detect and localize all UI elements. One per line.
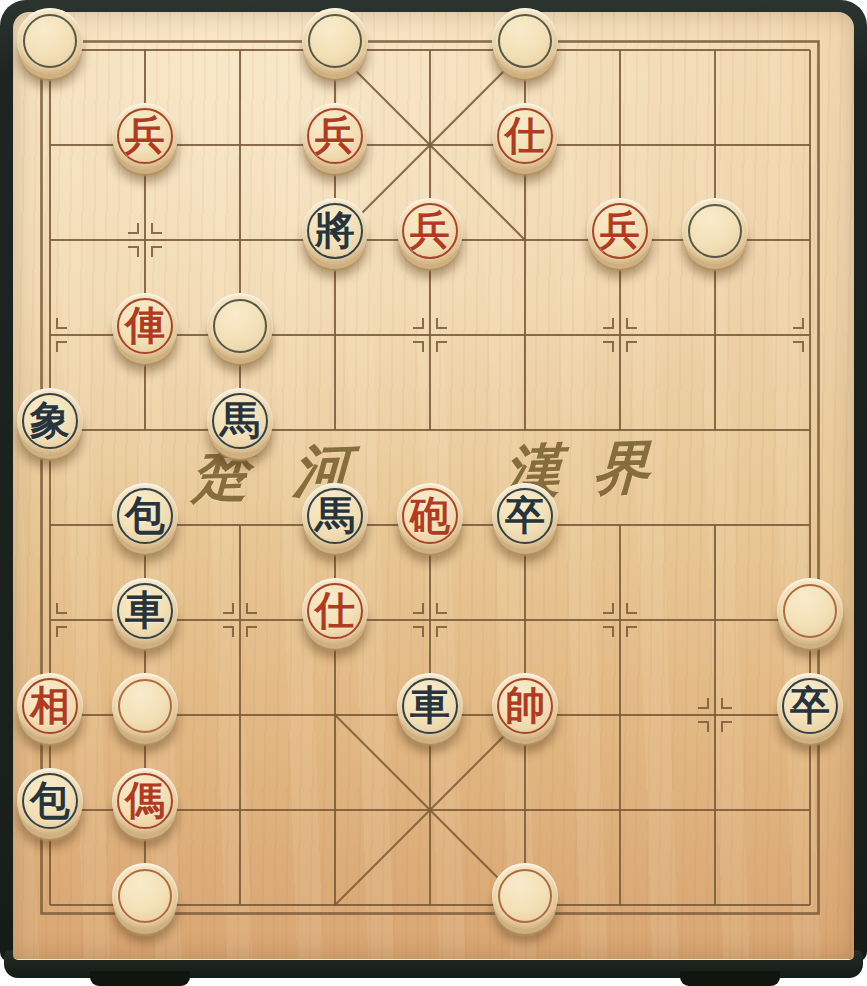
piece-glyph: 包 — [125, 496, 165, 536]
piece-glyph: 兵 — [410, 211, 450, 251]
piece-glyph: 馬 — [220, 401, 260, 441]
piece-red-cannon[interactable]: 砲 — [397, 483, 463, 549]
piece-black-chariot[interactable]: 車 — [112, 578, 178, 644]
piece-red-general[interactable]: 帥 — [492, 673, 558, 739]
piece-red-soldier[interactable]: 兵 — [587, 198, 653, 264]
piece-red-hidden[interactable] — [777, 578, 843, 644]
piece-black-hidden[interactable] — [207, 293, 273, 359]
piece-red-soldier[interactable]: 兵 — [112, 103, 178, 169]
piece-red-chariot[interactable]: 俥 — [112, 293, 178, 359]
piece-black-soldier[interactable]: 卒 — [777, 673, 843, 739]
piece-red-advisor[interactable]: 仕 — [302, 578, 368, 644]
board-foot-right — [680, 971, 780, 986]
piece-red-soldier[interactable]: 兵 — [397, 198, 463, 264]
piece-red-hidden[interactable] — [112, 863, 178, 929]
piece-red-advisor[interactable]: 仕 — [492, 103, 558, 169]
piece-red-soldier[interactable]: 兵 — [302, 103, 368, 169]
piece-black-cannon[interactable]: 包 — [17, 768, 83, 834]
piece-glyph: 俥 — [125, 306, 165, 346]
piece-black-elephant[interactable]: 象 — [17, 388, 83, 454]
piece-glyph: 帥 — [505, 686, 545, 726]
piece-red-hidden[interactable] — [492, 863, 558, 929]
piece-black-hidden[interactable] — [492, 8, 558, 74]
piece-glyph: 包 — [30, 781, 70, 821]
piece-glyph: 馬 — [315, 496, 355, 536]
xiangqi-app: 楚河 漢界 兵兵仕將兵兵俥象馬包馬砲卒車仕相車帥卒包傌 — [0, 0, 867, 986]
piece-glyph: 仕 — [505, 116, 545, 156]
piece-glyph: 相 — [30, 686, 70, 726]
piece-glyph: 將 — [315, 211, 355, 251]
piece-glyph: 兵 — [315, 116, 355, 156]
piece-red-horse[interactable]: 傌 — [112, 768, 178, 834]
piece-black-hidden[interactable] — [302, 8, 368, 74]
piece-glyph: 仕 — [315, 591, 355, 631]
piece-glyph: 象 — [30, 401, 70, 441]
piece-black-horse[interactable]: 馬 — [207, 388, 273, 454]
board-foot-left — [90, 971, 190, 986]
piece-glyph: 卒 — [790, 686, 830, 726]
piece-glyph: 砲 — [410, 496, 450, 536]
piece-red-elephant[interactable]: 相 — [17, 673, 83, 739]
xiangqi-board: 兵兵仕將兵兵俥象馬包馬砲卒車仕相車帥卒包傌 — [3, 3, 858, 953]
piece-black-hidden[interactable] — [17, 8, 83, 74]
piece-glyph: 兵 — [125, 116, 165, 156]
piece-glyph: 傌 — [125, 781, 165, 821]
piece-glyph: 車 — [410, 686, 450, 726]
piece-glyph: 兵 — [600, 211, 640, 251]
piece-black-general[interactable]: 將 — [302, 198, 368, 264]
piece-glyph: 卒 — [505, 496, 545, 536]
piece-red-hidden[interactable] — [112, 673, 178, 739]
piece-black-hidden[interactable] — [682, 198, 748, 264]
piece-black-cannon[interactable]: 包 — [112, 483, 178, 549]
piece-black-horse[interactable]: 馬 — [302, 483, 368, 549]
piece-glyph: 車 — [125, 591, 165, 631]
piece-black-chariot[interactable]: 車 — [397, 673, 463, 739]
piece-black-soldier[interactable]: 卒 — [492, 483, 558, 549]
